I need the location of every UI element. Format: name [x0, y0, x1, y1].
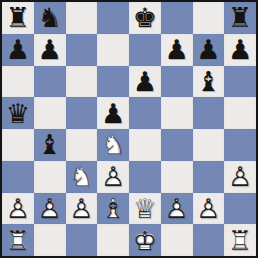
white-pawn-c2[interactable]: ♟♙ — [66, 193, 98, 225]
square-h4[interactable] — [224, 129, 256, 161]
white-pawn-h3[interactable]: ♟♙ — [224, 161, 256, 193]
white-rook-icon: ♖ — [2, 224, 34, 256]
square-c7[interactable] — [66, 34, 98, 66]
black-queen-icon: ♛ — [2, 97, 34, 129]
square-a8[interactable]: ♜ — [2, 2, 34, 34]
black-pawn-icon: ♟ — [161, 34, 193, 66]
white-queen-e2[interactable]: ♛♕ — [129, 193, 161, 225]
square-f8[interactable] — [161, 2, 193, 34]
white-rook-h1[interactable]: ♜♖ — [224, 224, 256, 256]
black-pawn-icon: ♟ — [224, 34, 256, 66]
black-knight-b8[interactable]: ♞ — [34, 2, 66, 34]
square-a6[interactable] — [2, 66, 34, 98]
square-f6[interactable] — [161, 66, 193, 98]
square-c1[interactable] — [66, 224, 98, 256]
black-queen-a5[interactable]: ♛ — [2, 97, 34, 129]
black-pawn-f7[interactable]: ♟ — [161, 34, 193, 66]
square-f2[interactable]: ♟♙ — [161, 193, 193, 225]
square-h7[interactable]: ♟ — [224, 34, 256, 66]
square-h8[interactable]: ♜ — [224, 2, 256, 34]
black-pawn-icon: ♟ — [97, 97, 129, 129]
white-pawn-icon: ♙ — [66, 193, 98, 225]
square-d7[interactable] — [97, 34, 129, 66]
square-g6[interactable]: ♝ — [193, 66, 225, 98]
white-knight-icon: ♘ — [97, 129, 129, 161]
white-pawn-icon: ♙ — [34, 193, 66, 225]
square-b6[interactable] — [34, 66, 66, 98]
black-bishop-icon: ♝ — [193, 66, 225, 98]
square-c4[interactable] — [66, 129, 98, 161]
square-g5[interactable] — [193, 97, 225, 129]
square-d3[interactable]: ♟♙ — [97, 161, 129, 193]
white-bishop-icon: ♗ — [97, 193, 129, 225]
white-king-e1[interactable]: ♚♔ — [129, 224, 161, 256]
white-pawn-a2[interactable]: ♟♙ — [2, 193, 34, 225]
black-pawn-g7[interactable]: ♟ — [193, 34, 225, 66]
square-b4[interactable]: ♝ — [34, 129, 66, 161]
square-c2[interactable]: ♟♙ — [66, 193, 98, 225]
square-c8[interactable] — [66, 2, 98, 34]
black-rook-icon: ♜ — [2, 2, 34, 34]
black-pawn-d5[interactable]: ♟ — [97, 97, 129, 129]
square-h1[interactable]: ♜♖ — [224, 224, 256, 256]
white-pawn-icon: ♙ — [224, 161, 256, 193]
square-b1[interactable] — [34, 224, 66, 256]
square-g2[interactable]: ♟♙ — [193, 193, 225, 225]
black-king-e8[interactable]: ♚ — [129, 2, 161, 34]
white-knight-d4[interactable]: ♞♘ — [97, 129, 129, 161]
square-d6[interactable] — [97, 66, 129, 98]
black-pawn-icon: ♟ — [2, 34, 34, 66]
square-h2[interactable] — [224, 193, 256, 225]
square-a2[interactable]: ♟♙ — [2, 193, 34, 225]
square-b7[interactable]: ♟ — [34, 34, 66, 66]
square-b8[interactable]: ♞ — [34, 2, 66, 34]
square-d4[interactable]: ♞♘ — [97, 129, 129, 161]
chess-board: ♜♞♚♜♟♟♟♟♟♟♝♛♟♝♞♘♞♘♟♙♟♙♟♙♟♙♟♙♝♗♛♕♟♙♟♙♜♖♚♔… — [0, 0, 258, 258]
black-bishop-icon: ♝ — [34, 129, 66, 161]
white-pawn-icon: ♙ — [193, 193, 225, 225]
square-f1[interactable] — [161, 224, 193, 256]
white-queen-icon: ♕ — [129, 193, 161, 225]
square-e4[interactable] — [129, 129, 161, 161]
black-pawn-icon: ♟ — [193, 34, 225, 66]
black-pawn-e6[interactable]: ♟ — [129, 66, 161, 98]
square-e5[interactable] — [129, 97, 161, 129]
square-a7[interactable]: ♟ — [2, 34, 34, 66]
square-g7[interactable]: ♟ — [193, 34, 225, 66]
white-king-icon: ♔ — [129, 224, 161, 256]
square-g8[interactable] — [193, 2, 225, 34]
square-a1[interactable]: ♜♖ — [2, 224, 34, 256]
square-f5[interactable] — [161, 97, 193, 129]
square-e2[interactable]: ♛♕ — [129, 193, 161, 225]
white-knight-icon: ♘ — [66, 161, 98, 193]
white-pawn-d3[interactable]: ♟♙ — [97, 161, 129, 193]
square-e7[interactable] — [129, 34, 161, 66]
white-pawn-b2[interactable]: ♟♙ — [34, 193, 66, 225]
square-d2[interactable]: ♝♗ — [97, 193, 129, 225]
black-knight-icon: ♞ — [34, 2, 66, 34]
square-e8[interactable]: ♚ — [129, 2, 161, 34]
black-king-icon: ♚ — [129, 2, 161, 34]
square-c3[interactable]: ♞♘ — [66, 161, 98, 193]
black-pawn-icon: ♟ — [129, 66, 161, 98]
square-b3[interactable] — [34, 161, 66, 193]
square-f7[interactable]: ♟ — [161, 34, 193, 66]
white-knight-c3[interactable]: ♞♘ — [66, 161, 98, 193]
white-pawn-icon: ♙ — [97, 161, 129, 193]
square-a4[interactable] — [2, 129, 34, 161]
square-h5[interactable] — [224, 97, 256, 129]
black-pawn-h7[interactable]: ♟ — [224, 34, 256, 66]
white-pawn-icon: ♙ — [2, 193, 34, 225]
black-rook-a8[interactable]: ♜ — [2, 2, 34, 34]
square-d8[interactable] — [97, 2, 129, 34]
square-c6[interactable] — [66, 66, 98, 98]
square-g4[interactable] — [193, 129, 225, 161]
black-pawn-b7[interactable]: ♟ — [34, 34, 66, 66]
black-rook-h8[interactable]: ♜ — [224, 2, 256, 34]
square-d1[interactable] — [97, 224, 129, 256]
white-pawn-f2[interactable]: ♟♙ — [161, 193, 193, 225]
black-pawn-icon: ♟ — [34, 34, 66, 66]
black-bishop-g6[interactable]: ♝ — [193, 66, 225, 98]
square-b5[interactable] — [34, 97, 66, 129]
square-h3[interactable]: ♟♙ — [224, 161, 256, 193]
square-f4[interactable] — [161, 129, 193, 161]
square-g3[interactable] — [193, 161, 225, 193]
square-h6[interactable] — [224, 66, 256, 98]
white-rook-icon: ♖ — [224, 224, 256, 256]
white-pawn-g2[interactable]: ♟♙ — [193, 193, 225, 225]
square-e3[interactable] — [129, 161, 161, 193]
square-e1[interactable]: ♚♔ — [129, 224, 161, 256]
square-b2[interactable]: ♟♙ — [34, 193, 66, 225]
square-d5[interactable]: ♟ — [97, 97, 129, 129]
black-pawn-a7[interactable]: ♟ — [2, 34, 34, 66]
square-a3[interactable] — [2, 161, 34, 193]
square-f3[interactable] — [161, 161, 193, 193]
black-bishop-b4[interactable]: ♝ — [34, 129, 66, 161]
square-a5[interactable]: ♛ — [2, 97, 34, 129]
square-e6[interactable]: ♟ — [129, 66, 161, 98]
square-c5[interactable] — [66, 97, 98, 129]
white-pawn-icon: ♙ — [161, 193, 193, 225]
white-rook-a1[interactable]: ♜♖ — [2, 224, 34, 256]
square-g1[interactable] — [193, 224, 225, 256]
black-rook-icon: ♜ — [224, 2, 256, 34]
white-bishop-d2[interactable]: ♝♗ — [97, 193, 129, 225]
